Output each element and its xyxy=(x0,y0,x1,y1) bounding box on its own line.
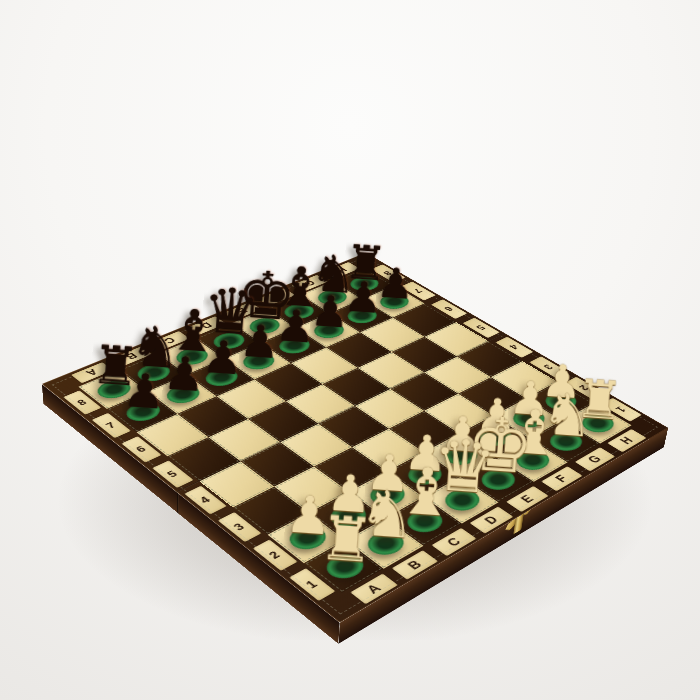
chess-board: ♜♞♝♛♚♝♞♜♟♟♟♟♟♟♟♟♟♟♟♟♟♟♟♟♜♞♝♛♚♝♞♜ ABCDEFG… xyxy=(42,253,668,623)
piece-glyph: ♟ xyxy=(161,350,205,399)
fold-seam xyxy=(177,492,179,513)
photo-background: ♜♞♝♛♚♝♞♜♟♟♟♟♟♟♟♟♟♟♟♟♟♟♟♟♜♞♝♛♚♝♞♜ ABCDEFG… xyxy=(0,0,700,700)
board-tilt-wrapper: ♜♞♝♛♚♝♞♜♟♟♟♟♟♟♟♟♟♟♟♟♟♟♟♟♜♞♝♛♚♝♞♜ ABCDEFG… xyxy=(0,0,700,700)
piece-glyph: ♟ xyxy=(121,366,166,416)
piece-glyph: ♟ xyxy=(200,334,244,382)
piece-glyph: ♟ xyxy=(238,318,281,365)
piece-glyph: ♜ xyxy=(316,507,375,572)
board-squares: ♜♞♝♛♚♝♞♜♟♟♟♟♟♟♟♟♟♟♟♟♟♟♟♟♜♞♝♛♚♝♞♜ xyxy=(78,268,631,593)
